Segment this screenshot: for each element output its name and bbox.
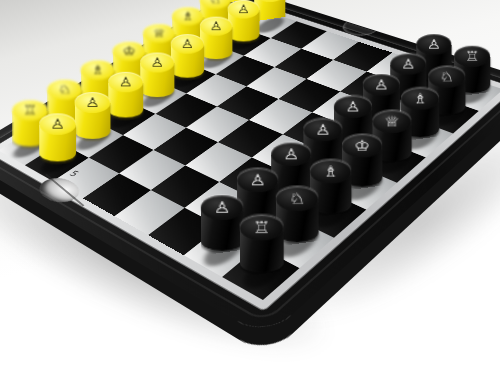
- piece-symbol: ♔: [353, 139, 369, 154]
- piece-symbol: ♖: [464, 50, 478, 63]
- piece-symbol: ♖: [252, 220, 270, 236]
- piece-top: ♙: [39, 113, 76, 134]
- piece-symbol: ♙: [400, 58, 414, 71]
- piece-symbol: ♙: [150, 56, 164, 68]
- piece-top: ♙: [303, 119, 342, 142]
- piece-top: ♙: [74, 92, 110, 113]
- yellow-pawn[interactable]: ♙: [140, 53, 174, 98]
- piece-symbol: ♙: [373, 78, 388, 92]
- piece-symbol: ♙: [213, 200, 230, 216]
- piece-top: ♙: [333, 96, 371, 118]
- piece-symbol: ♙: [50, 118, 65, 131]
- piece-symbol: ♕: [152, 27, 165, 39]
- piece-symbol: ♙: [85, 96, 99, 109]
- piece-symbol: ♙: [249, 173, 266, 188]
- piece-symbol: ♙: [314, 123, 330, 137]
- piece-top: ♙: [170, 34, 203, 53]
- piece-symbol: ♘: [57, 83, 71, 96]
- piece-symbol: ♕: [383, 115, 399, 129]
- piece-symbol: ♖: [22, 104, 36, 117]
- piece-top: ♙: [416, 34, 451, 55]
- piece-symbol: ♙: [345, 100, 360, 114]
- piece-top: ♘: [275, 186, 318, 211]
- yellow-pawn[interactable]: ♙: [199, 17, 232, 59]
- piece-top: ♔: [341, 134, 381, 158]
- piece-symbol: ♗: [90, 64, 104, 76]
- piece-symbol: ♙: [118, 76, 132, 89]
- piece-symbol: ♘: [208, 0, 220, 6]
- piece-top: ♗: [400, 88, 438, 110]
- yellow-pawn[interactable]: ♙: [39, 113, 76, 161]
- piece-symbol: ♔: [122, 45, 135, 57]
- piece-top: ♙: [236, 168, 277, 192]
- black-rook[interactable]: ♖: [239, 215, 283, 273]
- piece-top: ♙: [200, 195, 243, 220]
- piece-top: ♖: [239, 215, 283, 241]
- piece-top: ♙: [390, 54, 426, 75]
- piece-symbol: ♘: [439, 70, 454, 84]
- yellow-pawn[interactable]: ♙: [170, 34, 203, 77]
- piece-symbol: ♙: [180, 38, 193, 50]
- piece-top: ♘: [428, 66, 465, 88]
- piece-top: ♙: [362, 74, 399, 96]
- piece-symbol: ♗: [322, 164, 339, 179]
- photo-scene: ♖♘♗♔♕♗♘♖♙♙♙♙♙♙♙♙♙♙♙♙♙♙♙♙♖♘♗♔♕♗♘♖ 5: [0, 0, 500, 374]
- piece-top: ♗: [309, 159, 351, 183]
- black-pawn[interactable]: ♙: [200, 195, 243, 251]
- piece-top: ♗: [171, 7, 203, 26]
- piece-top: ♙: [270, 143, 310, 166]
- piece-top: ♙: [140, 53, 174, 73]
- piece-top: ♙: [199, 17, 232, 36]
- yellow-pawn[interactable]: ♙: [108, 72, 143, 118]
- piece-symbol: ♗: [181, 10, 194, 22]
- piece-symbol: ♗: [412, 92, 427, 106]
- piece-top: ♖: [453, 46, 489, 67]
- piece-symbol: ♙: [237, 3, 250, 15]
- piece-top: ♙: [108, 72, 143, 92]
- piece-symbol: ♙: [282, 147, 298, 162]
- piece-symbol: ♙: [426, 38, 440, 51]
- piece-symbol: ♙: [209, 20, 222, 32]
- piece-top: ♕: [372, 110, 411, 133]
- yellow-pawn[interactable]: ♙: [74, 92, 110, 139]
- piece-symbol: ♘: [288, 191, 305, 207]
